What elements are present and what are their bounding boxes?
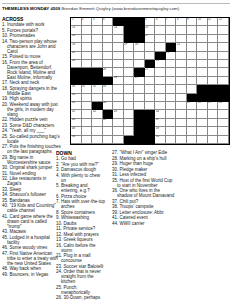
- top-divider: [2, 3, 230, 4]
- cell-number: 28: [114, 76, 117, 79]
- clue-text: Promenades: [10, 33, 36, 38]
- grid-cell: [208, 68, 219, 76]
- grid-cell: [166, 136, 177, 144]
- cell-number: 17: [145, 34, 148, 37]
- cell-number: 27: [145, 68, 148, 71]
- down-clue: 37. Chili pot?: [112, 199, 176, 204]
- grid-cell: [197, 52, 208, 60]
- clue-text: Some D&D characters: [10, 123, 55, 128]
- grid-cell: 21: [176, 43, 187, 51]
- grid-cell: [176, 136, 187, 144]
- grid-cell: [197, 60, 208, 68]
- grid-cell: 2: [82, 18, 93, 26]
- grid-cell: [134, 102, 145, 110]
- title-bar: THEMELESS MONDAY #509 Brendan Emmett Qui…: [2, 6, 232, 11]
- cell-number: 33: [103, 85, 106, 88]
- grid-cell: [145, 85, 156, 93]
- cell-number: 3: [93, 18, 95, 21]
- grid-cell: 6: [155, 18, 166, 26]
- grid-cell: [103, 35, 114, 43]
- cell-number: 47: [156, 118, 159, 121]
- clue-text: Breaking and entering, e.g.?: [61, 183, 90, 193]
- black-square: [82, 68, 93, 76]
- grid-cell: 27: [145, 68, 156, 76]
- across-clue: 48. Way back when: [2, 266, 62, 271]
- grid-cell: [92, 60, 103, 68]
- grid-cell: [197, 127, 208, 135]
- grid-cell: 7: [166, 18, 177, 26]
- grid-cell: [103, 52, 114, 60]
- clue-number: 34.: [2, 192, 10, 197]
- grid-cell: [82, 26, 93, 34]
- grid-cell: [166, 94, 177, 102]
- clue-number: 10.: [56, 221, 64, 226]
- grid-cell: 33: [103, 85, 114, 93]
- cell-number: 13: [72, 26, 75, 29]
- grid-cell: [124, 102, 135, 110]
- cell-number: 10: [198, 18, 201, 21]
- grid-cell: [166, 77, 177, 85]
- grid-cell: [166, 68, 177, 76]
- clue-number: 19.: [2, 96, 10, 101]
- clue-text: Hats with over-the-top arches: [61, 199, 105, 209]
- grid-cell: 11: [208, 18, 219, 26]
- down-clue: 26. 30-Down, perhaps: [56, 295, 106, 300]
- black-square: [218, 85, 229, 93]
- clue-text: Bandanas: [10, 198, 30, 203]
- black-square: [197, 85, 208, 93]
- across-clue: 41. Card game where the drawn card is ca…: [2, 214, 62, 229]
- clue-number: 38.: [112, 204, 119, 209]
- cell-number: 8: [177, 18, 179, 21]
- grid-cell: [134, 60, 145, 68]
- grid-cell: [166, 119, 177, 127]
- clue-text: High spirits: [10, 96, 32, 101]
- grid-cell: [113, 43, 124, 51]
- grid-cell: [92, 136, 103, 144]
- across-clue: 46. Some woody vines: [2, 245, 62, 250]
- clue-number: 39.: [112, 210, 120, 215]
- grid-cell: [176, 85, 187, 93]
- grid-cell: [197, 68, 208, 76]
- clue-text: "What I Am" singer Edie: [120, 150, 168, 155]
- grid-cell: [218, 43, 229, 51]
- clue-text: "Yeah, all my ___": [10, 128, 46, 133]
- grid-cell: [82, 110, 93, 118]
- clue-text: Calm before the storm: [61, 243, 96, 253]
- down-header: DOWN: [56, 150, 106, 156]
- clue-text: Troops' campsite: [119, 204, 153, 209]
- black-square: [134, 136, 145, 144]
- grid-cell: [176, 52, 187, 60]
- clue-text: Private service?: [63, 226, 95, 231]
- grid-cell: [187, 127, 198, 135]
- grid-cell: [176, 127, 187, 135]
- grid-cell: 14: [113, 26, 124, 34]
- grid-cell: [208, 119, 219, 127]
- down-clue-list-1: 1. Go bad2. "Are you with me?"3. Damascu…: [56, 156, 106, 300]
- grid-cell: [208, 43, 219, 51]
- clue-text: First Native American tribe to enter a t…: [7, 251, 58, 266]
- clue-text: Greek liqueurs: [64, 237, 93, 242]
- grid-cell: [176, 110, 187, 118]
- grid-cell: [82, 60, 93, 68]
- down-clue: 28. Marking on a ship's hull: [112, 156, 176, 161]
- cell-number: 44: [156, 110, 159, 113]
- grid-cell: [218, 35, 229, 43]
- clue-number: 29.: [112, 161, 120, 166]
- grid-cell: 47: [155, 119, 166, 127]
- grid-cell: [187, 26, 198, 34]
- black-square: [92, 77, 103, 85]
- grid-cell: [187, 136, 198, 144]
- grid-cell: [208, 127, 219, 135]
- clue-text: Macaws: [10, 229, 27, 234]
- clue-text: Letter enclosure: Abbr.: [120, 210, 165, 215]
- clue-number: 31.: [2, 171, 10, 176]
- clue-text: Like restaurants in Zagat's: [7, 176, 46, 186]
- grid-cell: [197, 35, 208, 43]
- down-clue: 23. Soccer star Balotelli: [56, 264, 106, 269]
- grid-cell: [82, 119, 93, 127]
- grid-cell: [208, 52, 219, 60]
- grid-cell: [187, 110, 198, 118]
- grid-cell: [208, 77, 219, 85]
- grid-cell: 19: [124, 43, 135, 51]
- grid-cell: [197, 136, 208, 144]
- cell-number: 51: [156, 135, 159, 138]
- grid-cell: [187, 60, 198, 68]
- byline: Brendan Emmett Quigley (www.brendanemmet…: [61, 6, 179, 11]
- cell-number: 48: [72, 127, 75, 130]
- cell-number: 29: [135, 76, 138, 79]
- grid-cell: [103, 136, 114, 144]
- grid-cell: [134, 85, 145, 93]
- black-square: [124, 35, 135, 43]
- grid-cell: [176, 94, 187, 102]
- down-clue: 13. Greek liqueurs: [56, 237, 106, 242]
- cell-number: 50: [72, 135, 75, 138]
- clue-text: Punch, metaphorically: [61, 285, 90, 295]
- down-clue: 16. Calm before the storm: [56, 243, 106, 253]
- cell-number: 19: [124, 43, 127, 46]
- grid-cell: [187, 43, 198, 51]
- cell-number: 4: [103, 18, 105, 21]
- black-square: [71, 68, 82, 76]
- black-square: [124, 136, 135, 144]
- clue-text: Catered event: [120, 215, 148, 220]
- clue-text: WWII carrier: [120, 221, 145, 226]
- across-clue: 20. Weekend away with just the girls, in…: [2, 102, 62, 117]
- cell-number: 37: [187, 101, 190, 104]
- grid-cell: 10: [197, 18, 208, 26]
- clue-text: Soccer star Balotelli: [64, 264, 104, 269]
- grid-cell: 9: [187, 18, 198, 26]
- clue-number: 43.: [2, 229, 10, 234]
- grid-cell: [82, 43, 93, 51]
- clue-text: "19 Kids and Counting" cable channel: [7, 203, 56, 213]
- grid-cell: [113, 94, 124, 102]
- clue-number: 41.: [112, 215, 120, 220]
- grid-cell: [92, 52, 103, 60]
- down-clue: 38. Troops' campsite: [112, 204, 176, 209]
- cell-number: 38: [198, 101, 201, 104]
- cell-number: 40: [219, 101, 222, 104]
- down-clue: 1. Go bad: [56, 156, 106, 161]
- down-clue: 25. Punch, metaphorically: [56, 285, 106, 295]
- cell-number: 45: [72, 118, 75, 121]
- clue-text: With plenty to chew on: [61, 173, 100, 183]
- grid-cell: [208, 60, 219, 68]
- grid-cell: [218, 110, 229, 118]
- grid-cell: 46: [103, 119, 114, 127]
- clue-text: Whitewashing: [61, 215, 89, 220]
- clue-text: Spore containers: [61, 210, 95, 215]
- grid-cell: [208, 35, 219, 43]
- cell-number: 30: [72, 85, 75, 88]
- clue-text: Meal with prayers: [64, 232, 99, 237]
- grid-cell: [218, 127, 229, 135]
- clue-text: Marking on a ship's hull: [120, 156, 167, 161]
- grid-cell: [208, 110, 219, 118]
- down-clue: 7. Hats with over-the-top arches: [56, 199, 106, 209]
- cell-number: 9: [187, 18, 189, 21]
- across-clue: 30. Original shark jumper: [2, 165, 62, 170]
- clue-text: Big name in Worcestershire sauce: [7, 155, 50, 165]
- cell-number: 12: [219, 18, 222, 21]
- grid-cell: [92, 94, 103, 102]
- clue-text: Daubs: [64, 221, 77, 226]
- grid-cell: [176, 77, 187, 85]
- black-square: [92, 68, 103, 76]
- clue-number: 10.: [2, 33, 10, 38]
- across-clue: 35. Bandanas: [2, 198, 62, 203]
- grid-cell: 20: [134, 43, 145, 51]
- down-clue: 4. With plenty to chew on: [56, 173, 106, 183]
- clue-number: 30.: [2, 165, 10, 170]
- across-clue: 40. "19 Kids and Counting" cable channel: [2, 203, 62, 213]
- grid-cell: [176, 35, 187, 43]
- cell-number: 5: [145, 18, 147, 21]
- down-clue: 12. Meal with prayers: [56, 232, 106, 237]
- clue-text: Weekend away with just the girls, in mod…: [7, 102, 58, 117]
- grid-cell: 45: [71, 119, 82, 127]
- clue-text: Poised to move: [10, 54, 41, 59]
- grid-cell: [124, 77, 135, 85]
- cell-number: 46: [103, 118, 106, 121]
- grid-cell: [187, 52, 198, 60]
- black-square: [103, 77, 114, 85]
- clue-text: Chili pot?: [120, 199, 139, 204]
- grid-cell: [124, 60, 135, 68]
- down-clue: 30. Pledge maker: [112, 167, 176, 172]
- cell-number: 11: [208, 18, 211, 21]
- cell-number: 26: [103, 68, 106, 71]
- across-clue: 18. Spraying dangers in the Middle East: [2, 86, 62, 96]
- cell-number: 7: [166, 18, 168, 21]
- across-header: ACROSS: [2, 16, 62, 22]
- clue-number: 28.: [112, 156, 120, 161]
- grid-cell: [208, 26, 219, 34]
- down-clue: 41. Catered event: [112, 215, 176, 220]
- down-clue: 39. Letter enclosure: Abbr.: [112, 210, 176, 215]
- down-clue: 36. One who lives in the shadow of Mount…: [112, 188, 176, 198]
- grid-cell: [145, 94, 156, 102]
- cell-number: 6: [156, 18, 158, 21]
- cell-number: 36: [103, 101, 106, 104]
- clue-number: 22.: [2, 117, 10, 122]
- grid-cell: [197, 110, 208, 118]
- down-clue-column-1: DOWN 1. Go bad2. "Are you with me?"3. Da…: [56, 150, 106, 300]
- grid-cell: [166, 85, 177, 93]
- across-clue: 10. Promenades: [2, 33, 62, 38]
- cell-number: 25: [156, 59, 159, 62]
- across-clue: 24. "Yeah, all my ___": [2, 128, 62, 133]
- black-square: [145, 127, 156, 135]
- clue-text: Bouncers, in Vegas: [10, 272, 49, 277]
- grid-cell: 25: [155, 60, 166, 68]
- grid-cell: [166, 26, 177, 34]
- clue-text: Go bad: [61, 156, 76, 161]
- grid-cell: [218, 52, 229, 60]
- clue-text: Novel ending: [10, 171, 36, 176]
- clue-text: Host of the first World Cup to start in …: [117, 178, 172, 188]
- grid-cell: 36: [103, 102, 114, 110]
- clue-text: Way back when: [10, 266, 42, 271]
- cell-number: 22: [72, 51, 75, 54]
- grid-cell: 50: [71, 136, 82, 144]
- grid-cell: 51: [155, 136, 166, 144]
- grid-cell: 29: [134, 77, 145, 85]
- grid-cell: [82, 35, 93, 43]
- grid-cell: [113, 85, 124, 93]
- grid-cell: [145, 77, 156, 85]
- clue-number: 49.: [2, 272, 10, 277]
- grid-cell: [155, 94, 166, 102]
- grid-cell: [155, 43, 166, 51]
- clue-number: 46.: [2, 245, 10, 250]
- grid-cell: 26: [103, 68, 114, 76]
- clue-text: Some woody vines: [10, 245, 48, 250]
- grid-cell: 31: [82, 85, 93, 93]
- clue-text: Pizza choice: [61, 194, 86, 199]
- clue-text: Huger than huge: [120, 161, 154, 166]
- clue-text: Lodged in a hospital facility: [7, 235, 50, 245]
- down-clue: 35. Host of the first World Cup to start…: [112, 178, 176, 188]
- clue-number: 13.: [56, 237, 64, 242]
- clue-text: "Are you with me?": [61, 162, 99, 167]
- grid-cell: [82, 127, 93, 135]
- grid-cell: [155, 85, 166, 93]
- cell-number: 32: [93, 85, 96, 88]
- grid-cell: [82, 136, 93, 144]
- grid-cell: [113, 119, 124, 127]
- across-clue-column: ACROSS 1. Inundate with work5. Forces po…: [2, 16, 62, 277]
- across-clue: 14. Two-person play whose characters are…: [2, 39, 62, 54]
- grid-cell: [176, 119, 187, 127]
- grid-cell: [82, 102, 93, 110]
- clue-number: 24.: [2, 128, 10, 133]
- across-clue: 15. Poised to move: [2, 54, 62, 59]
- grid-cell: 16: [71, 35, 82, 43]
- cell-number: 14: [114, 26, 117, 29]
- cell-number: 24: [72, 59, 75, 62]
- black-square: [124, 26, 135, 34]
- clue-text: Sleep: [10, 187, 22, 192]
- clue-text: Damascus dough: [61, 167, 96, 172]
- grid-cell: [113, 60, 124, 68]
- grid-cell: [176, 68, 187, 76]
- across-clue: 29. Big name in Worcestershire sauce: [2, 155, 62, 165]
- down-clue: 29. Huger than huge: [112, 161, 176, 166]
- grid-cell: [166, 102, 177, 110]
- cell-number: 49: [156, 127, 159, 130]
- clue-text: Hidden puzzle vein: [10, 117, 48, 122]
- grid-cell: [124, 119, 135, 127]
- grid-cell: [166, 35, 177, 43]
- across-clue: 27. Puts the finishing touches on the la…: [2, 144, 62, 154]
- clue-text: Puts the finishing touches on the last p…: [7, 144, 61, 154]
- across-clue: 43. Macaws: [2, 229, 62, 234]
- cell-number: 21: [177, 43, 180, 46]
- clue-number: 30.: [112, 167, 120, 172]
- clue-text: Pledge maker: [120, 167, 148, 172]
- page-title: THEMELESS MONDAY #509: [2, 6, 60, 11]
- grid-cell: 40: [218, 102, 229, 110]
- grid-cell: [218, 136, 229, 144]
- across-clue: 45. Lodged in a hospital facility: [2, 235, 62, 245]
- clue-text: Forces portals?: [7, 28, 38, 33]
- grid-cell: [124, 68, 135, 76]
- down-clue: 2. "Are you with me?": [56, 162, 106, 167]
- grid-cell: [113, 136, 124, 144]
- down-clue: 24. Order that is never straight from th…: [56, 269, 106, 284]
- clue-number: 15.: [2, 54, 10, 59]
- clue-number: 35.: [2, 198, 10, 203]
- grid-cell: 28: [113, 77, 124, 85]
- grid-cell: 43: [113, 110, 124, 118]
- across-clue: 5. Forces portals?: [2, 28, 62, 33]
- black-square: [145, 119, 156, 127]
- grid-cell: [166, 60, 177, 68]
- grid-cell: [187, 35, 198, 43]
- cell-number: 43: [114, 110, 117, 113]
- clue-number: 31.: [112, 172, 120, 177]
- black-square: [124, 18, 135, 26]
- across-clue-list: 1. Inundate with work5. Forces portals?1…: [2, 22, 62, 277]
- grid-cell: [218, 119, 229, 127]
- grid-cell: 37: [187, 102, 198, 110]
- black-square: [145, 136, 156, 144]
- cell-number: 41: [72, 110, 75, 113]
- down-clue: 27. "What I Am" singer Edie: [112, 150, 176, 155]
- clue-number: 26.: [56, 295, 64, 300]
- grid-cell: [218, 60, 229, 68]
- cell-number: 31: [82, 85, 85, 88]
- grid-cell: 8: [176, 18, 187, 26]
- clue-number: 17.: [2, 80, 10, 85]
- clue-text: Original shark jumper: [10, 165, 53, 170]
- across-clue: 17. Neck and neck: [2, 80, 62, 85]
- across-clue: 16. From the area of Davenport, Bettendo…: [2, 60, 62, 80]
- grid-cell: [155, 77, 166, 85]
- grid-cell: [82, 52, 93, 60]
- black-square: [134, 127, 145, 135]
- clue-text: Neck and neck: [10, 80, 40, 85]
- grid-cell: [197, 119, 208, 127]
- across-clue: 31. Novel ending: [2, 171, 62, 176]
- grid-cell: 32: [92, 85, 103, 93]
